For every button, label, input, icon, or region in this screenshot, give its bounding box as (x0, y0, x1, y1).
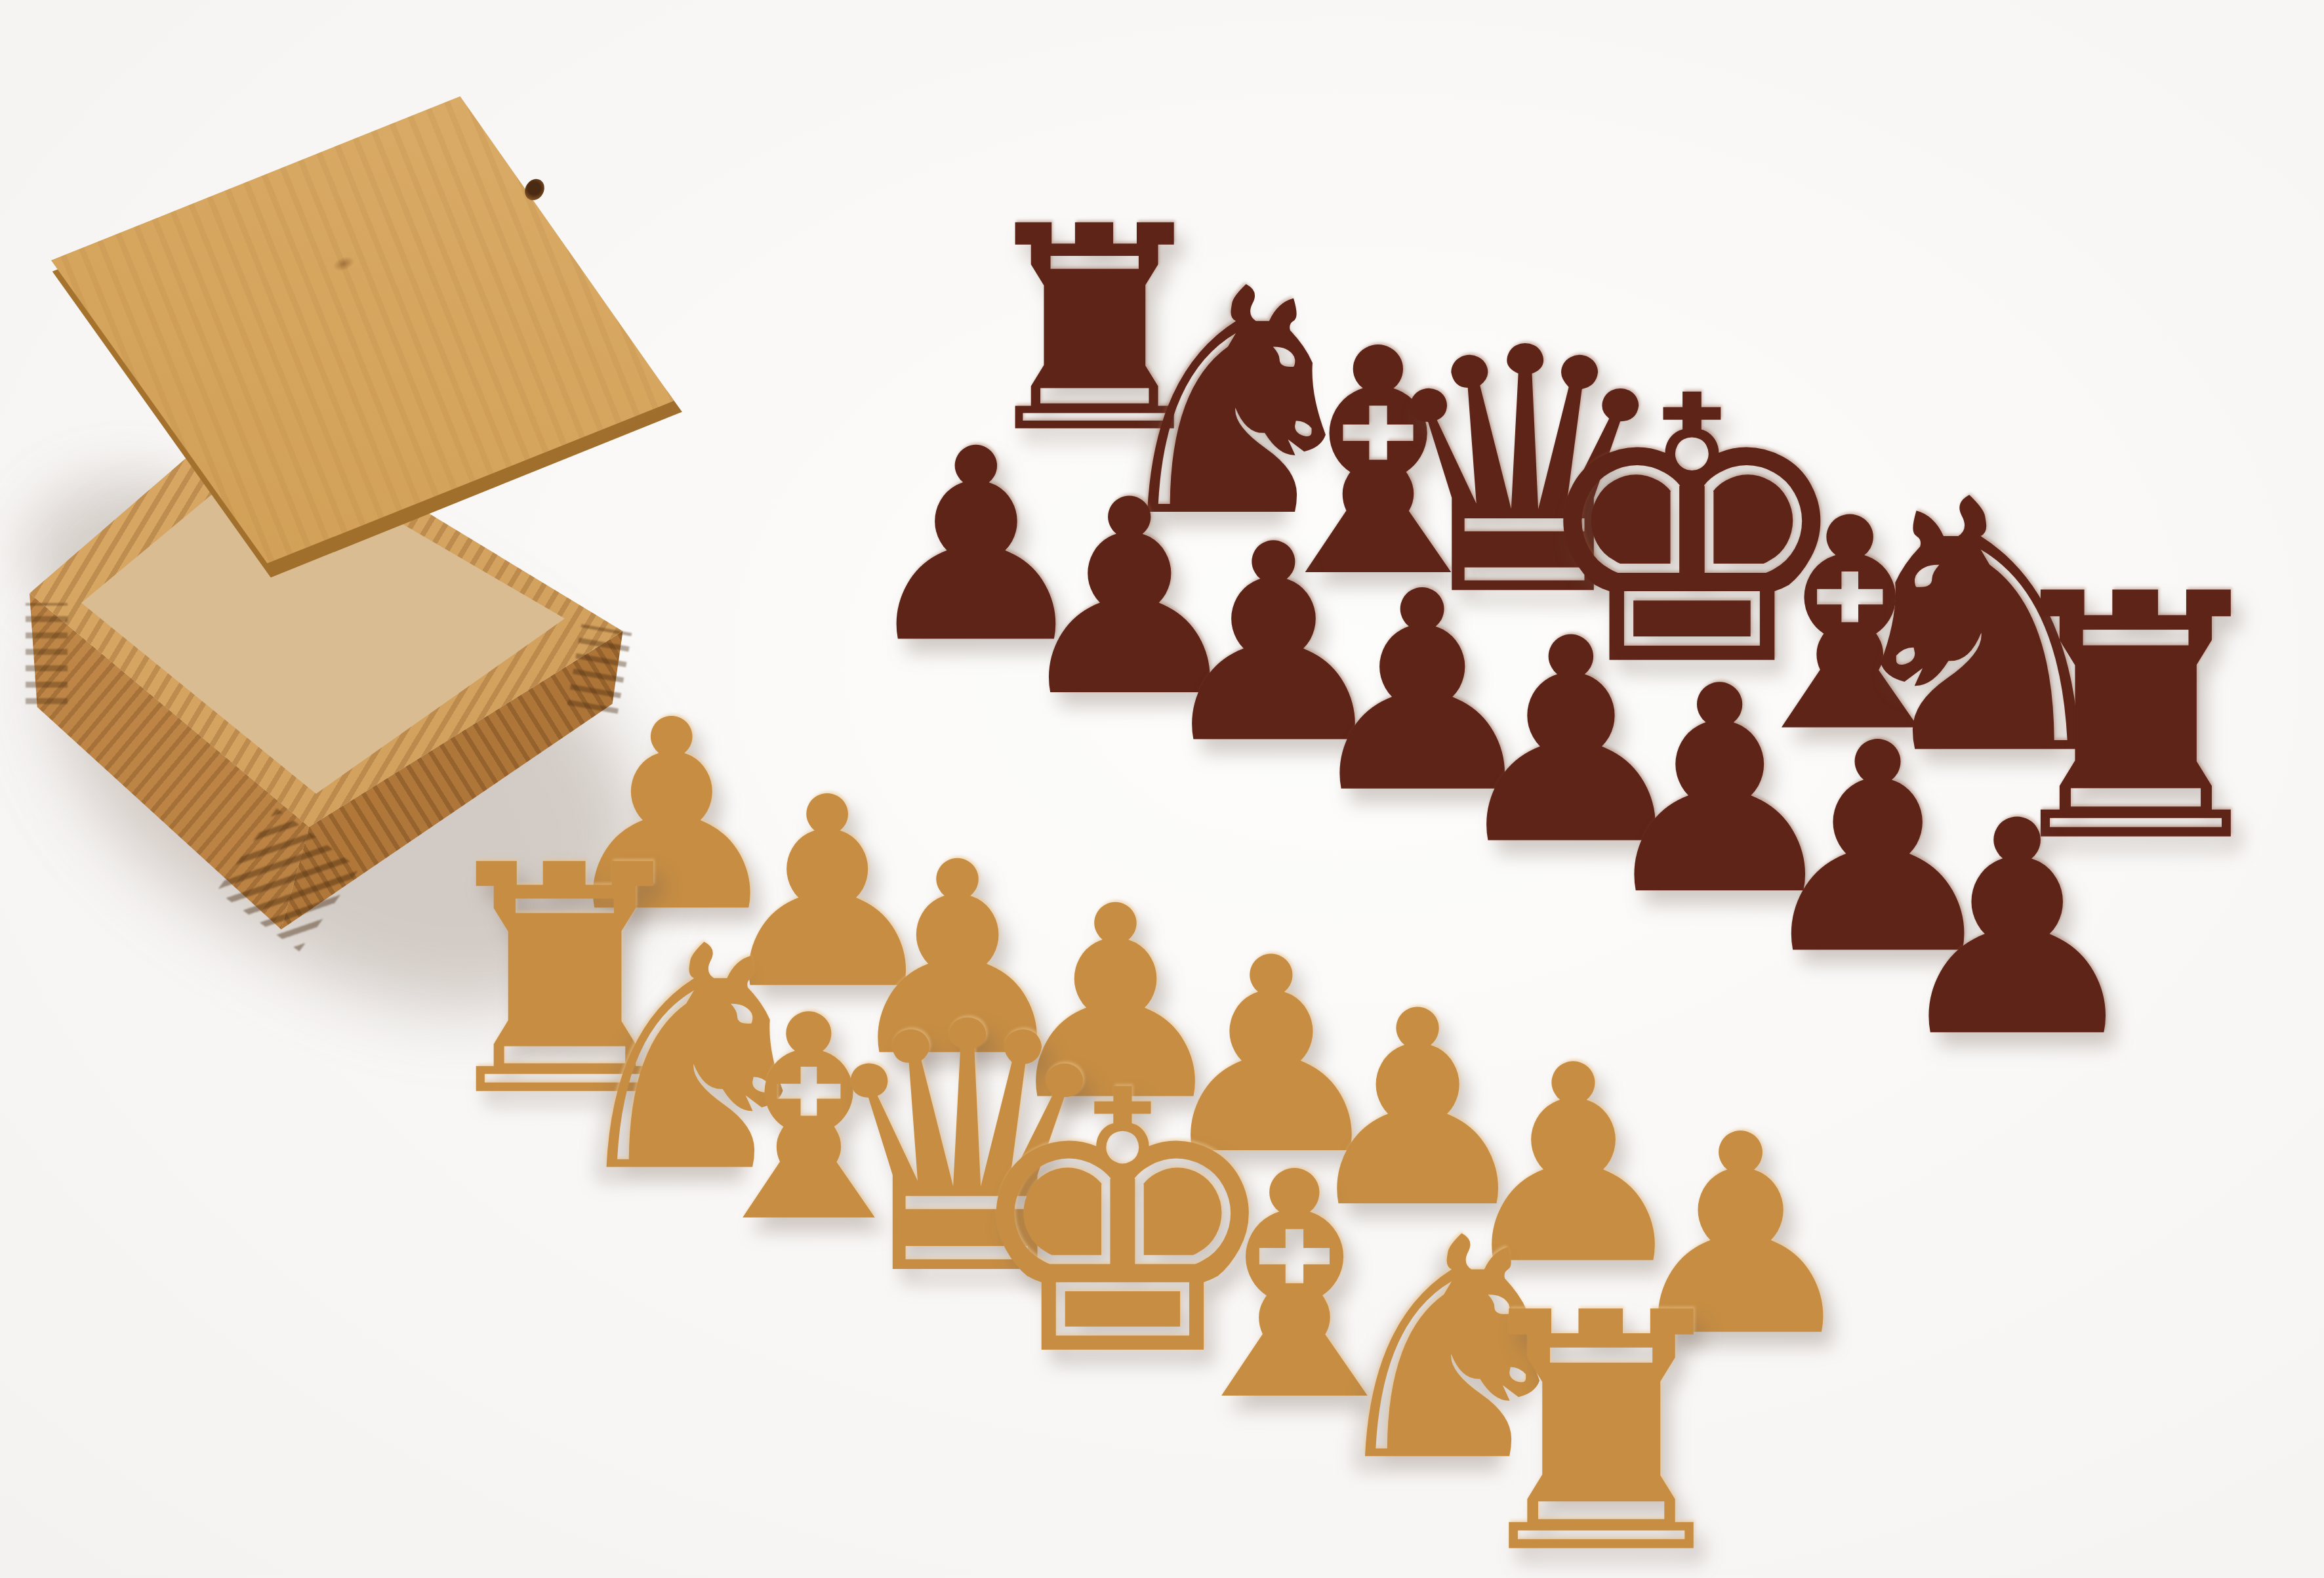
finger-joint-left-corner (26, 603, 68, 704)
piece-light-rook: ♜ (1454, 1270, 1748, 1578)
piece-dark-pawn: ♟ (1885, 782, 2150, 1077)
chess-set-photo-scene: ♜♞♝♛♚♝♞♜♟♟♟♟♟♟♟♟♟♟♟♟♟♟♟♟♜♞♝♛♚♝♞♜ (0, 0, 2324, 1578)
